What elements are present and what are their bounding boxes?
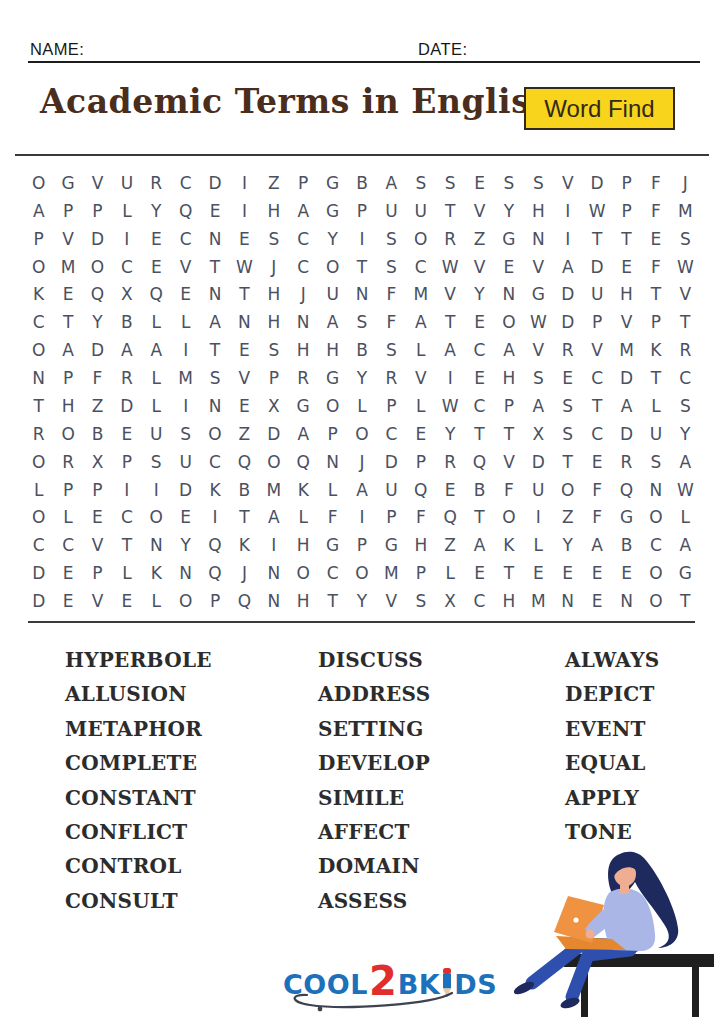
grid-cell[interactable]: B [465, 476, 494, 504]
grid-cell[interactable]: O [24, 169, 53, 197]
grid-cell[interactable]: F [83, 364, 112, 392]
grid-cell[interactable]: V [465, 197, 494, 225]
grid-cell[interactable]: T [200, 336, 229, 364]
grid-cell[interactable]: C [671, 364, 700, 392]
grid-cell[interactable]: Y [347, 364, 376, 392]
grid-cell[interactable]: D [553, 281, 582, 309]
grid-cell[interactable]: M [671, 197, 700, 225]
grid-cell[interactable]: T [435, 197, 464, 225]
grid-cell[interactable]: A [524, 392, 553, 420]
grid-cell[interactable]: E [230, 225, 259, 253]
grid-cell[interactable]: E [494, 253, 523, 281]
grid-cell[interactable]: S [347, 308, 376, 336]
grid-cell[interactable]: O [259, 448, 288, 476]
grid-cell[interactable]: T [612, 225, 641, 253]
grid-cell[interactable]: F [582, 476, 611, 504]
grid-cell[interactable]: I [142, 476, 171, 504]
grid-cell[interactable]: G [318, 364, 347, 392]
grid-cell[interactable]: B [83, 420, 112, 448]
grid-cell[interactable]: U [318, 281, 347, 309]
grid-cell[interactable]: T [465, 420, 494, 448]
grid-cell[interactable]: V [524, 336, 553, 364]
grid-cell[interactable]: K [494, 531, 523, 559]
grid-cell[interactable]: A [553, 253, 582, 281]
grid-cell[interactable]: E [612, 253, 641, 281]
grid-cell[interactable]: E [524, 559, 553, 587]
grid-cell[interactable]: O [142, 504, 171, 532]
grid-cell[interactable]: T [494, 559, 523, 587]
grid-cell[interactable]: M [53, 253, 82, 281]
grid-cell[interactable]: Y [142, 197, 171, 225]
grid-cell[interactable]: V [83, 169, 112, 197]
grid-cell[interactable]: F [582, 504, 611, 532]
grid-cell[interactable]: W [671, 476, 700, 504]
grid-cell[interactable]: L [112, 197, 141, 225]
grid-cell[interactable]: E [53, 587, 82, 615]
grid-cell[interactable]: I [259, 531, 288, 559]
grid-cell[interactable]: T [53, 308, 82, 336]
grid-cell[interactable]: K [230, 531, 259, 559]
grid-cell[interactable]: H [289, 336, 318, 364]
grid-cell[interactable]: S [259, 336, 288, 364]
grid-cell[interactable]: S [553, 420, 582, 448]
grid-cell[interactable]: I [524, 504, 553, 532]
grid-cell[interactable]: A [582, 531, 611, 559]
grid-cell[interactable]: W [671, 253, 700, 281]
grid-cell[interactable]: C [112, 253, 141, 281]
grid-cell[interactable]: E [641, 225, 670, 253]
grid-cell[interactable]: L [524, 531, 553, 559]
grid-cell[interactable]: I [171, 392, 200, 420]
grid-cell[interactable]: N [641, 476, 670, 504]
grid-cell[interactable]: U [641, 420, 670, 448]
grid-cell[interactable]: Y [318, 225, 347, 253]
grid-cell[interactable]: V [83, 587, 112, 615]
grid-cell[interactable]: A [671, 531, 700, 559]
grid-cell[interactable]: U [524, 476, 553, 504]
grid-cell[interactable]: A [289, 420, 318, 448]
grid-cell[interactable]: E [582, 448, 611, 476]
grid-cell[interactable]: B [112, 308, 141, 336]
grid-cell[interactable]: O [318, 392, 347, 420]
grid-cell[interactable]: Y [465, 281, 494, 309]
grid-cell[interactable]: S [406, 587, 435, 615]
grid-cell[interactable]: D [524, 448, 553, 476]
grid-cell[interactable]: C [465, 587, 494, 615]
grid-cell[interactable]: L [347, 392, 376, 420]
grid-cell[interactable]: F [377, 281, 406, 309]
grid-cell[interactable]: V [553, 169, 582, 197]
grid-cell[interactable]: S [406, 169, 435, 197]
grid-cell[interactable]: O [347, 420, 376, 448]
grid-cell[interactable]: E [112, 420, 141, 448]
grid-cell[interactable]: L [435, 559, 464, 587]
grid-cell[interactable]: R [112, 364, 141, 392]
grid-cell[interactable]: U [112, 169, 141, 197]
grid-cell[interactable]: Y [494, 197, 523, 225]
grid-cell[interactable]: V [230, 364, 259, 392]
grid-cell[interactable]: S [377, 336, 406, 364]
grid-cell[interactable]: P [259, 364, 288, 392]
grid-cell[interactable]: D [612, 420, 641, 448]
grid-cell[interactable]: E [142, 253, 171, 281]
grid-cell[interactable]: V [671, 281, 700, 309]
grid-cell[interactable]: O [641, 559, 670, 587]
grid-cell[interactable]: Z [230, 420, 259, 448]
grid-cell[interactable]: C [465, 392, 494, 420]
grid-cell[interactable]: H [406, 531, 435, 559]
grid-cell[interactable]: Y [171, 531, 200, 559]
grid-cell[interactable]: I [230, 169, 259, 197]
grid-cell[interactable]: P [83, 559, 112, 587]
grid-cell[interactable]: E [465, 308, 494, 336]
grid-cell[interactable]: O [347, 559, 376, 587]
grid-cell[interactable]: A [289, 197, 318, 225]
grid-cell[interactable]: P [53, 476, 82, 504]
grid-cell[interactable]: P [347, 531, 376, 559]
grid-cell[interactable]: L [53, 504, 82, 532]
grid-cell[interactable]: U [377, 197, 406, 225]
grid-cell[interactable]: R [53, 448, 82, 476]
grid-cell[interactable]: P [406, 448, 435, 476]
grid-cell[interactable]: S [200, 364, 229, 392]
grid-cell[interactable]: R [612, 448, 641, 476]
grid-cell[interactable]: I [553, 225, 582, 253]
grid-cell[interactable]: V [377, 587, 406, 615]
grid-cell[interactable]: P [582, 308, 611, 336]
grid-cell[interactable]: N [524, 225, 553, 253]
grid-cell[interactable]: X [524, 420, 553, 448]
grid-cell[interactable]: X [259, 392, 288, 420]
grid-cell[interactable]: P [112, 448, 141, 476]
grid-cell[interactable]: M [259, 476, 288, 504]
grid-cell[interactable]: R [142, 169, 171, 197]
grid-cell[interactable]: O [24, 448, 53, 476]
grid-cell[interactable]: B [612, 531, 641, 559]
grid-cell[interactable]: O [24, 336, 53, 364]
grid-cell[interactable]: V [171, 253, 200, 281]
grid-cell[interactable]: W [435, 253, 464, 281]
grid-cell[interactable]: Q [406, 476, 435, 504]
grid-cell[interactable]: L [318, 476, 347, 504]
grid-cell[interactable]: E [230, 336, 259, 364]
grid-cell[interactable]: L [142, 308, 171, 336]
grid-cell[interactable]: H [494, 587, 523, 615]
grid-cell[interactable]: P [347, 197, 376, 225]
grid-cell[interactable]: S [377, 225, 406, 253]
grid-cell[interactable]: C [112, 504, 141, 532]
grid-cell[interactable]: Y [671, 420, 700, 448]
grid-cell[interactable]: S [171, 420, 200, 448]
grid-cell[interactable]: U [406, 197, 435, 225]
grid-cell[interactable]: U [377, 476, 406, 504]
grid-cell[interactable]: D [24, 587, 53, 615]
grid-cell[interactable]: R [435, 448, 464, 476]
grid-cell[interactable]: T [112, 531, 141, 559]
grid-cell[interactable]: B [347, 336, 376, 364]
grid-cell[interactable]: H [318, 336, 347, 364]
grid-cell[interactable]: I [347, 225, 376, 253]
grid-cell[interactable]: C [318, 559, 347, 587]
grid-cell[interactable]: I [171, 336, 200, 364]
grid-cell[interactable]: H [612, 281, 641, 309]
grid-cell[interactable]: D [612, 364, 641, 392]
grid-cell[interactable]: S [377, 253, 406, 281]
grid-cell[interactable]: L [171, 308, 200, 336]
grid-cell[interactable]: O [494, 308, 523, 336]
grid-cell[interactable]: C [641, 531, 670, 559]
grid-cell[interactable]: V [582, 336, 611, 364]
grid-cell[interactable]: C [377, 420, 406, 448]
grid-cell[interactable]: S [524, 364, 553, 392]
grid-cell[interactable]: H [494, 364, 523, 392]
grid-cell[interactable]: D [112, 392, 141, 420]
grid-cell[interactable]: N [318, 448, 347, 476]
grid-cell[interactable]: U [171, 448, 200, 476]
grid-cell[interactable]: K [200, 476, 229, 504]
grid-cell[interactable]: Z [435, 531, 464, 559]
grid-cell[interactable]: I [435, 364, 464, 392]
grid-cell[interactable]: C [582, 364, 611, 392]
grid-cell[interactable]: T [641, 281, 670, 309]
grid-cell[interactable]: G [494, 225, 523, 253]
grid-cell[interactable]: V [435, 281, 464, 309]
grid-cell[interactable]: K [641, 336, 670, 364]
grid-cell[interactable]: W [524, 308, 553, 336]
grid-cell[interactable]: T [24, 392, 53, 420]
grid-cell[interactable]: H [259, 281, 288, 309]
grid-cell[interactable]: C [171, 169, 200, 197]
grid-cell[interactable]: P [377, 392, 406, 420]
grid-cell[interactable]: O [83, 253, 112, 281]
grid-cell[interactable]: T [347, 253, 376, 281]
grid-cell[interactable]: R [671, 336, 700, 364]
grid-cell[interactable]: N [230, 308, 259, 336]
grid-cell[interactable]: P [318, 420, 347, 448]
grid-cell[interactable]: T [582, 392, 611, 420]
grid-cell[interactable]: I [112, 225, 141, 253]
grid-cell[interactable]: A [259, 504, 288, 532]
grid-cell[interactable]: A [200, 308, 229, 336]
grid-cell[interactable]: V [524, 253, 553, 281]
grid-cell[interactable]: R [553, 336, 582, 364]
grid-cell[interactable]: W [230, 253, 259, 281]
grid-cell[interactable]: N [259, 559, 288, 587]
grid-cell[interactable]: A [53, 336, 82, 364]
grid-cell[interactable]: A [24, 197, 53, 225]
grid-cell[interactable]: N [200, 225, 229, 253]
grid-cell[interactable]: X [83, 448, 112, 476]
grid-cell[interactable]: E [582, 559, 611, 587]
grid-cell[interactable]: S [641, 448, 670, 476]
grid-cell[interactable]: G [318, 531, 347, 559]
grid-cell[interactable]: O [53, 420, 82, 448]
grid-cell[interactable]: P [53, 364, 82, 392]
grid-cell[interactable]: K [142, 559, 171, 587]
grid-cell[interactable]: S [494, 169, 523, 197]
grid-cell[interactable]: L [24, 476, 53, 504]
grid-cell[interactable]: L [406, 392, 435, 420]
grid-cell[interactable]: E [171, 281, 200, 309]
grid-cell[interactable]: E [406, 420, 435, 448]
grid-cell[interactable]: E [200, 197, 229, 225]
grid-cell[interactable]: A [465, 531, 494, 559]
grid-cell[interactable]: P [200, 587, 229, 615]
grid-cell[interactable]: E [112, 587, 141, 615]
grid-cell[interactable]: N [142, 531, 171, 559]
grid-cell[interactable]: I [230, 197, 259, 225]
grid-cell[interactable]: T [494, 420, 523, 448]
grid-cell[interactable]: O [318, 253, 347, 281]
grid-cell[interactable]: U [582, 281, 611, 309]
grid-cell[interactable]: J [347, 448, 376, 476]
grid-cell[interactable]: P [83, 476, 112, 504]
grid-cell[interactable]: Y [83, 308, 112, 336]
grid-cell[interactable]: H [524, 197, 553, 225]
grid-cell[interactable]: S [435, 169, 464, 197]
grid-cell[interactable]: A [142, 336, 171, 364]
grid-cell[interactable]: T [671, 308, 700, 336]
grid-cell[interactable]: Y [435, 420, 464, 448]
grid-cell[interactable]: A [406, 308, 435, 336]
grid-cell[interactable]: Q [435, 504, 464, 532]
grid-cell[interactable]: V [53, 225, 82, 253]
grid-cell[interactable]: I [347, 504, 376, 532]
grid-cell[interactable]: I [553, 197, 582, 225]
grid-cell[interactable]: Y [553, 531, 582, 559]
grid-cell[interactable]: Z [553, 504, 582, 532]
grid-cell[interactable]: C [200, 448, 229, 476]
grid-cell[interactable]: F [641, 197, 670, 225]
grid-cell[interactable]: P [494, 392, 523, 420]
grid-cell[interactable]: V [494, 448, 523, 476]
grid-cell[interactable]: Q [83, 281, 112, 309]
grid-cell[interactable]: Q [200, 559, 229, 587]
grid-cell[interactable]: J [671, 169, 700, 197]
grid-cell[interactable]: I [200, 504, 229, 532]
grid-cell[interactable]: G [289, 392, 318, 420]
grid-cell[interactable]: T [553, 448, 582, 476]
grid-cell[interactable]: X [112, 281, 141, 309]
grid-cell[interactable]: V [612, 308, 641, 336]
grid-cell[interactable]: J [289, 281, 318, 309]
grid-cell[interactable]: A [112, 336, 141, 364]
grid-cell[interactable]: T [465, 504, 494, 532]
grid-cell[interactable]: L [112, 559, 141, 587]
grid-cell[interactable]: Q [230, 448, 259, 476]
grid-cell[interactable]: E [435, 476, 464, 504]
grid-cell[interactable]: E [553, 559, 582, 587]
grid-cell[interactable]: C [53, 531, 82, 559]
grid-cell[interactable]: F [641, 253, 670, 281]
grid-cell[interactable]: T [318, 587, 347, 615]
grid-cell[interactable]: P [289, 169, 318, 197]
grid-cell[interactable]: G [612, 504, 641, 532]
grid-cell[interactable]: V [465, 253, 494, 281]
grid-cell[interactable]: T [435, 308, 464, 336]
grid-cell[interactable]: Q [465, 448, 494, 476]
grid-cell[interactable]: G [53, 169, 82, 197]
grid-cell[interactable]: D [553, 308, 582, 336]
grid-cell[interactable]: N [553, 587, 582, 615]
grid-cell[interactable]: H [289, 587, 318, 615]
grid-cell[interactable]: O [200, 420, 229, 448]
grid-cell[interactable]: U [142, 420, 171, 448]
grid-cell[interactable]: F [494, 476, 523, 504]
grid-cell[interactable]: N [347, 281, 376, 309]
grid-cell[interactable]: W [435, 392, 464, 420]
grid-cell[interactable]: P [406, 559, 435, 587]
grid-cell[interactable]: E [230, 392, 259, 420]
grid-cell[interactable]: D [24, 559, 53, 587]
grid-cell[interactable]: N [289, 308, 318, 336]
grid-cell[interactable]: B [230, 476, 259, 504]
grid-cell[interactable]: S [524, 169, 553, 197]
grid-cell[interactable]: P [612, 197, 641, 225]
grid-cell[interactable]: G [318, 197, 347, 225]
grid-cell[interactable]: O [494, 504, 523, 532]
grid-cell[interactable]: H [53, 392, 82, 420]
grid-cell[interactable]: O [24, 504, 53, 532]
grid-cell[interactable]: G [377, 531, 406, 559]
grid-cell[interactable]: L [142, 364, 171, 392]
grid-cell[interactable]: S [671, 225, 700, 253]
grid-cell[interactable]: M [377, 559, 406, 587]
grid-cell[interactable]: Z [465, 225, 494, 253]
grid-cell[interactable]: M [524, 587, 553, 615]
grid-cell[interactable]: Q [612, 476, 641, 504]
grid-cell[interactable]: N [494, 281, 523, 309]
grid-cell[interactable]: V [83, 531, 112, 559]
grid-cell[interactable]: D [83, 225, 112, 253]
grid-cell[interactable]: K [289, 476, 318, 504]
grid-cell[interactable]: N [200, 392, 229, 420]
grid-cell[interactable]: D [200, 169, 229, 197]
grid-cell[interactable]: G [524, 281, 553, 309]
grid-cell[interactable]: T [230, 281, 259, 309]
grid-cell[interactable]: T [230, 504, 259, 532]
grid-cell[interactable]: N [612, 587, 641, 615]
grid-cell[interactable]: Z [259, 169, 288, 197]
grid-cell[interactable]: C [465, 336, 494, 364]
grid-cell[interactable]: F [641, 169, 670, 197]
grid-cell[interactable]: C [289, 253, 318, 281]
grid-cell[interactable]: T [641, 364, 670, 392]
grid-cell[interactable]: Z [83, 392, 112, 420]
grid-cell[interactable]: I [112, 476, 141, 504]
grid-cell[interactable]: E [612, 559, 641, 587]
grid-cell[interactable]: J [259, 253, 288, 281]
grid-cell[interactable]: L [289, 504, 318, 532]
grid-cell[interactable]: M [612, 336, 641, 364]
grid-cell[interactable]: E [53, 281, 82, 309]
grid-cell[interactable]: O [289, 559, 318, 587]
grid-cell[interactable]: C [289, 225, 318, 253]
grid-cell[interactable]: P [612, 169, 641, 197]
grid-cell[interactable]: M [171, 364, 200, 392]
grid-cell[interactable]: S [553, 392, 582, 420]
grid-cell[interactable]: L [641, 392, 670, 420]
grid-cell[interactable]: L [142, 392, 171, 420]
grid-cell[interactable]: E [465, 559, 494, 587]
grid-cell[interactable]: G [318, 169, 347, 197]
grid-cell[interactable]: Q [230, 587, 259, 615]
grid-cell[interactable]: Q [289, 448, 318, 476]
grid-cell[interactable]: P [377, 504, 406, 532]
grid-cell[interactable]: J [230, 559, 259, 587]
grid-cell[interactable]: A [494, 336, 523, 364]
grid-cell[interactable]: R [289, 364, 318, 392]
